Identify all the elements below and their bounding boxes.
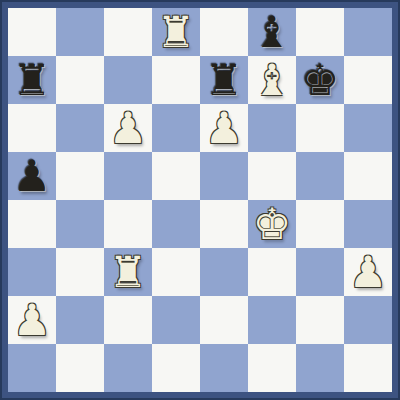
square-d5[interactable]	[152, 152, 200, 200]
square-h3[interactable]: ♟	[344, 248, 392, 296]
square-c6[interactable]: ♟	[104, 104, 152, 152]
square-a5[interactable]: ♟	[8, 152, 56, 200]
square-b6[interactable]	[56, 104, 104, 152]
square-d6[interactable]	[152, 104, 200, 152]
piece-black-rook[interactable]: ♜	[205, 56, 244, 104]
square-f6[interactable]	[248, 104, 296, 152]
square-g1[interactable]	[296, 344, 344, 392]
square-e7[interactable]: ♜	[200, 56, 248, 104]
square-d1[interactable]	[152, 344, 200, 392]
piece-white-bishop[interactable]: ♝	[253, 56, 292, 104]
square-b7[interactable]	[56, 56, 104, 104]
square-d3[interactable]	[152, 248, 200, 296]
piece-white-pawn[interactable]: ♟	[13, 296, 52, 344]
square-a7[interactable]: ♜	[8, 56, 56, 104]
square-b5[interactable]	[56, 152, 104, 200]
square-g2[interactable]	[296, 296, 344, 344]
square-g4[interactable]	[296, 200, 344, 248]
square-c1[interactable]	[104, 344, 152, 392]
square-a8[interactable]	[8, 8, 56, 56]
square-f4[interactable]: ♚	[248, 200, 296, 248]
piece-black-rook[interactable]: ♜	[13, 56, 52, 104]
square-e1[interactable]	[200, 344, 248, 392]
square-b3[interactable]	[56, 248, 104, 296]
square-e5[interactable]	[200, 152, 248, 200]
square-f1[interactable]	[248, 344, 296, 392]
square-b1[interactable]	[56, 344, 104, 392]
square-e3[interactable]	[200, 248, 248, 296]
square-h4[interactable]	[344, 200, 392, 248]
square-e8[interactable]	[200, 8, 248, 56]
square-h2[interactable]	[344, 296, 392, 344]
square-c7[interactable]	[104, 56, 152, 104]
square-a4[interactable]	[8, 200, 56, 248]
square-f8[interactable]: ♝	[248, 8, 296, 56]
square-b4[interactable]	[56, 200, 104, 248]
square-g3[interactable]	[296, 248, 344, 296]
square-h1[interactable]	[344, 344, 392, 392]
square-g8[interactable]	[296, 8, 344, 56]
square-f3[interactable]	[248, 248, 296, 296]
square-e6[interactable]: ♟	[200, 104, 248, 152]
square-b2[interactable]	[56, 296, 104, 344]
square-h7[interactable]	[344, 56, 392, 104]
square-h6[interactable]	[344, 104, 392, 152]
piece-black-bishop[interactable]: ♝	[253, 8, 292, 56]
square-h8[interactable]	[344, 8, 392, 56]
piece-white-king[interactable]: ♚	[253, 200, 292, 248]
square-c4[interactable]	[104, 200, 152, 248]
square-d8[interactable]: ♜	[152, 8, 200, 56]
square-f2[interactable]	[248, 296, 296, 344]
square-c2[interactable]	[104, 296, 152, 344]
piece-white-pawn[interactable]: ♟	[205, 104, 244, 152]
square-b8[interactable]	[56, 8, 104, 56]
piece-black-pawn[interactable]: ♟	[13, 152, 52, 200]
square-e4[interactable]	[200, 200, 248, 248]
piece-white-rook[interactable]: ♜	[109, 248, 148, 296]
piece-white-pawn[interactable]: ♟	[349, 248, 388, 296]
square-g5[interactable]	[296, 152, 344, 200]
square-a3[interactable]	[8, 248, 56, 296]
square-g6[interactable]	[296, 104, 344, 152]
square-h5[interactable]	[344, 152, 392, 200]
square-c8[interactable]	[104, 8, 152, 56]
square-d2[interactable]	[152, 296, 200, 344]
square-f7[interactable]: ♝	[248, 56, 296, 104]
piece-black-king[interactable]: ♚	[301, 56, 340, 104]
chess-board: ♜♝♜♜♝♚♟♟♟♚♜♟♟	[8, 8, 392, 392]
square-g7[interactable]: ♚	[296, 56, 344, 104]
piece-white-pawn[interactable]: ♟	[109, 104, 148, 152]
piece-white-rook[interactable]: ♜	[157, 8, 196, 56]
square-c3[interactable]: ♜	[104, 248, 152, 296]
square-f5[interactable]	[248, 152, 296, 200]
square-a6[interactable]	[8, 104, 56, 152]
square-c5[interactable]	[104, 152, 152, 200]
square-d7[interactable]	[152, 56, 200, 104]
square-a1[interactable]	[8, 344, 56, 392]
square-d4[interactable]	[152, 200, 200, 248]
board-frame: ♜♝♜♜♝♚♟♟♟♚♜♟♟	[0, 0, 400, 400]
square-a2[interactable]: ♟	[8, 296, 56, 344]
square-e2[interactable]	[200, 296, 248, 344]
